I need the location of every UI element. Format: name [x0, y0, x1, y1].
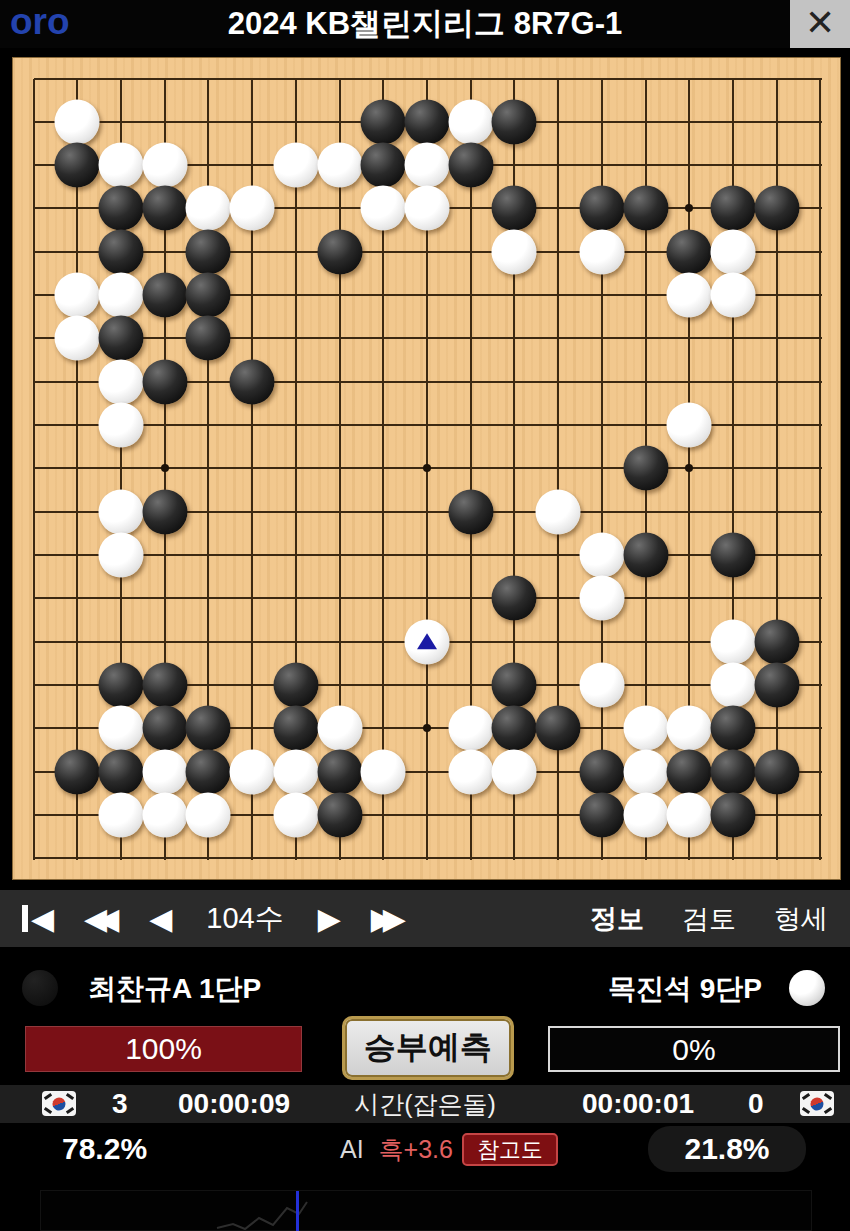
white-stone — [404, 143, 449, 188]
black-stone — [98, 229, 143, 274]
black-stone — [273, 663, 318, 708]
flag-trigram — [802, 1107, 810, 1114]
white-stone — [55, 273, 100, 318]
black-stone — [667, 749, 712, 794]
black-stone — [55, 749, 100, 794]
white-stone — [55, 316, 100, 361]
time-captures-label: 시간(잡은돌) — [0, 1085, 850, 1123]
page-title: 2024 KB챌린지리그 8R7G-1 — [0, 0, 850, 48]
white-stone — [579, 576, 624, 621]
white-stone — [623, 706, 668, 751]
black-stone — [317, 229, 362, 274]
grid-line — [34, 337, 823, 339]
black-stone — [754, 663, 799, 708]
grid-line — [33, 79, 35, 861]
double-triangle-right-icon: ▶▶ — [371, 901, 406, 936]
go-board[interactable] — [12, 57, 841, 880]
black-stone — [492, 99, 537, 144]
white-stone — [623, 793, 668, 838]
grid-line — [819, 79, 821, 861]
black-stone — [536, 706, 581, 751]
black-stone — [579, 749, 624, 794]
black-stone — [492, 663, 537, 708]
white-stone — [448, 99, 493, 144]
winrate-graph — [40, 1190, 812, 1231]
black-stone — [711, 793, 756, 838]
white-stone — [667, 273, 712, 318]
nav-menu: 정보 검토 형세 — [590, 901, 850, 937]
white-stone — [448, 706, 493, 751]
last-move-triangle-marker — [417, 633, 437, 649]
black-stone — [98, 186, 143, 231]
white-captures: 0 — [748, 1085, 764, 1123]
white-stone — [492, 229, 537, 274]
black-stone — [623, 186, 668, 231]
black-ai-winrate: 78.2% — [62, 1126, 147, 1172]
flag-trigram — [802, 1093, 810, 1100]
black-stone — [667, 229, 712, 274]
white-player-stone-icon — [789, 970, 825, 1006]
grid-line — [34, 554, 823, 556]
black-stone — [361, 99, 406, 144]
black-stone — [754, 749, 799, 794]
double-triangle-left-icon: ◀◀ — [84, 901, 119, 936]
black-stone — [317, 793, 362, 838]
white-stone — [361, 749, 406, 794]
white-stone — [230, 186, 275, 231]
white-stone — [667, 706, 712, 751]
black-stone — [98, 316, 143, 361]
move-navigation-bar: ◀ ◀◀ ◀ 104수 ▶ ▶▶ 정보 검토 형세 — [0, 890, 850, 947]
white-stone — [711, 273, 756, 318]
black-stone — [711, 706, 756, 751]
black-stone — [186, 229, 231, 274]
reference-diagram-button[interactable]: 참고도 — [462, 1133, 558, 1166]
time-row: 3 00:00:09 시간(잡은돌) 00:00:01 0 — [0, 1085, 850, 1123]
flag-trigram — [824, 1107, 832, 1114]
black-stone — [273, 706, 318, 751]
black-prediction-bar: 100% — [25, 1026, 302, 1072]
korea-flag-icon — [800, 1091, 834, 1116]
triangle-left-icon: ◀ — [149, 901, 172, 936]
white-stone — [55, 99, 100, 144]
white-stone — [404, 186, 449, 231]
forward-button[interactable]: ▶ — [318, 901, 341, 936]
black-stone — [579, 186, 624, 231]
grid-line — [34, 78, 823, 80]
taegeuk-icon — [809, 1095, 826, 1112]
black-stone — [142, 359, 187, 404]
black-stone — [317, 749, 362, 794]
star-point — [423, 464, 431, 472]
black-stone — [492, 576, 537, 621]
move-counter: 104수 — [206, 899, 283, 939]
black-stone — [361, 143, 406, 188]
prediction-button[interactable]: 승부예측 — [342, 1016, 514, 1080]
white-stone — [667, 403, 712, 448]
white-stone — [492, 749, 537, 794]
black-stone — [230, 359, 275, 404]
first-move-button[interactable]: ◀ — [22, 901, 54, 936]
white-player-name: 목진석 9단P — [608, 966, 762, 1012]
white-stone — [98, 489, 143, 534]
triangle-left-icon: ◀ — [31, 901, 54, 936]
grid-line — [34, 597, 823, 599]
white-stone — [273, 749, 318, 794]
white-stone — [579, 663, 624, 708]
black-stone — [142, 273, 187, 318]
white-stone — [623, 749, 668, 794]
black-stone — [186, 706, 231, 751]
black-stone — [186, 316, 231, 361]
white-stone — [142, 793, 187, 838]
white-stone — [317, 706, 362, 751]
black-stone — [186, 273, 231, 318]
white-stone — [361, 186, 406, 231]
black-stone — [711, 186, 756, 231]
black-stone — [448, 489, 493, 534]
black-stone — [142, 186, 187, 231]
black-stone — [754, 619, 799, 664]
fast-backward-button[interactable]: ◀◀ — [84, 901, 119, 936]
bar-icon — [22, 905, 28, 932]
black-stone — [711, 533, 756, 578]
white-stone — [579, 533, 624, 578]
black-stone — [404, 99, 449, 144]
star-point — [685, 204, 693, 212]
ai-label: AI — [340, 1135, 364, 1163]
close-icon[interactable]: ✕ — [790, 0, 850, 48]
white-stone — [98, 403, 143, 448]
white-ai-winrate: 21.8% — [648, 1126, 806, 1172]
player-row: 최찬규A 1단P 목진석 9단P — [0, 966, 850, 1012]
ai-row: 78.2% AI 흑+3.6 참고도 21.8% — [0, 1126, 850, 1172]
ai-score: AI 흑+3.6 — [340, 1126, 453, 1172]
white-stone — [186, 793, 231, 838]
grid-line — [34, 857, 823, 859]
white-stone — [273, 793, 318, 838]
black-stone — [492, 186, 537, 231]
white-stone — [711, 619, 756, 664]
white-stone — [579, 229, 624, 274]
flag-trigram — [824, 1093, 832, 1100]
white-stone — [273, 143, 318, 188]
white-prediction-bar: 0% — [548, 1026, 840, 1072]
black-stone — [55, 143, 100, 188]
white-stone — [98, 143, 143, 188]
white-stone — [98, 273, 143, 318]
backward-button[interactable]: ◀ — [149, 901, 172, 936]
white-stone — [186, 186, 231, 231]
black-stone — [711, 749, 756, 794]
header: oro 2024 KB챌린지리그 8R7G-1 ✕ — [0, 0, 850, 48]
black-stone — [142, 663, 187, 708]
white-time: 00:00:01 — [582, 1085, 694, 1123]
white-stone — [142, 749, 187, 794]
menu-estimate[interactable]: 형세 — [774, 901, 828, 937]
star-point — [423, 724, 431, 732]
black-stone — [623, 533, 668, 578]
white-stone — [98, 793, 143, 838]
black-stone — [142, 489, 187, 534]
nav-buttons: ◀ ◀◀ ◀ 104수 ▶ ▶▶ — [0, 899, 406, 939]
triangle-right-icon: ▶ — [318, 901, 341, 936]
black-stone — [142, 706, 187, 751]
black-player-stone-icon — [22, 970, 58, 1006]
white-stone — [536, 489, 581, 534]
star-point — [161, 464, 169, 472]
menu-review[interactable]: 검토 — [682, 901, 736, 937]
white-stone — [317, 143, 362, 188]
app-root: oro 2024 KB챌린지리그 8R7G-1 ✕ ◀ ◀◀ ◀ 104수 ▶ … — [0, 0, 850, 1231]
fast-forward-button[interactable]: ▶▶ — [371, 901, 406, 936]
white-stone — [711, 663, 756, 708]
white-stone — [98, 533, 143, 578]
black-stone — [579, 793, 624, 838]
white-stone — [448, 749, 493, 794]
black-stone — [754, 186, 799, 231]
black-stone — [186, 749, 231, 794]
star-point — [685, 464, 693, 472]
white-stone — [98, 706, 143, 751]
white-stone — [711, 229, 756, 274]
white-stone — [230, 749, 275, 794]
black-player-name: 최찬규A 1단P — [88, 966, 261, 1012]
grid-line — [76, 79, 78, 861]
black-stone — [98, 663, 143, 708]
white-stone — [142, 143, 187, 188]
black-stone — [448, 143, 493, 188]
ai-score-value: 흑+3.6 — [379, 1135, 453, 1163]
black-stone — [492, 706, 537, 751]
white-stone — [667, 793, 712, 838]
graph-cursor-line — [296, 1191, 299, 1231]
white-stone — [98, 359, 143, 404]
black-stone — [623, 446, 668, 491]
black-stone — [98, 749, 143, 794]
menu-info[interactable]: 정보 — [590, 901, 644, 937]
